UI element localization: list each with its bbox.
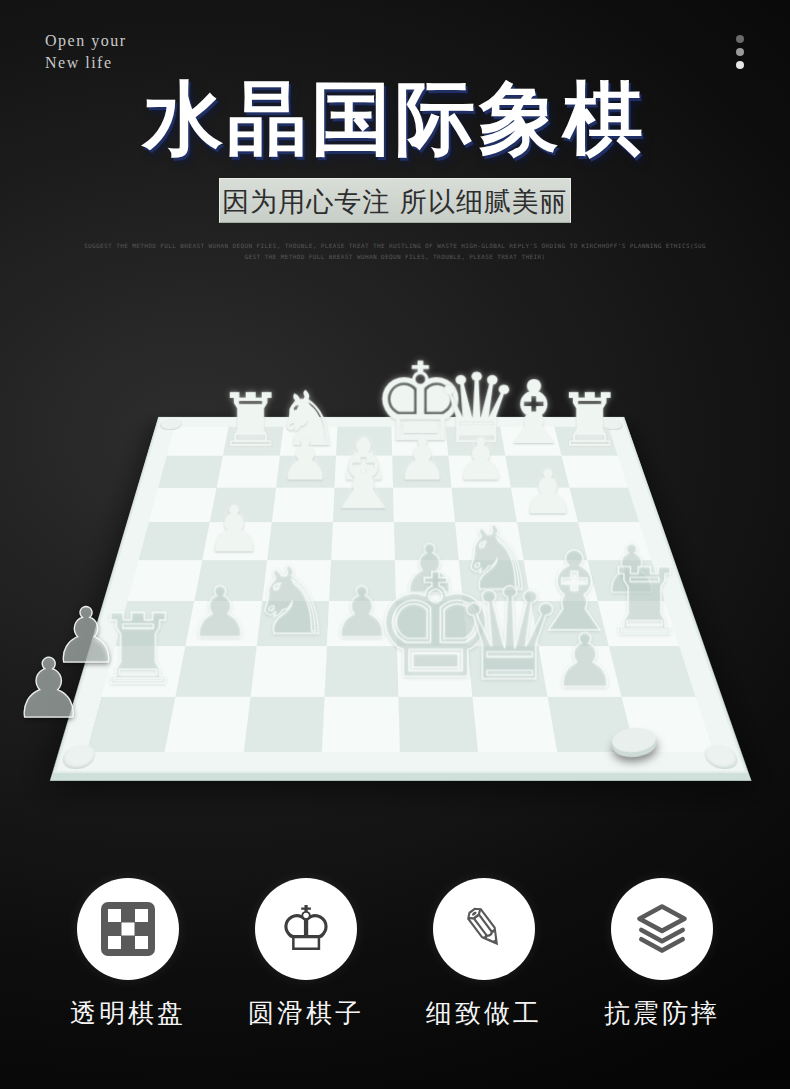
fineprint-text: SUGGEST THE METHOD FULL BREAST WUHAN DEQ… — [0, 240, 790, 262]
square-h7 — [561, 456, 628, 488]
square-a8 — [167, 427, 229, 456]
square-h2 — [609, 646, 696, 696]
feature-shockproof: 抗震防摔 — [604, 878, 720, 1031]
square-g6: ♟ — [511, 488, 578, 522]
feature-smooth-pieces: ♔ 圆滑棋子 — [248, 878, 364, 1031]
checkerboard-icon — [97, 898, 159, 960]
feature-label: 透明棋盘 — [70, 996, 186, 1031]
square-b4 — [195, 560, 267, 601]
square-f5 — [455, 522, 523, 560]
square-g4 — [523, 560, 597, 601]
pencil-craft-icon: ✎ — [458, 899, 510, 959]
square-f6 — [452, 488, 517, 522]
square-b7 — [217, 456, 280, 488]
captured-pawn: ♟ — [12, 648, 86, 730]
square-e7: ♟ — [392, 456, 452, 488]
square-b2 — [176, 646, 256, 696]
square-b1 — [165, 697, 250, 753]
square-e3 — [396, 601, 468, 646]
square-h6 — [569, 488, 639, 522]
square-e4: ♟ — [395, 560, 463, 601]
square-d8 — [336, 427, 392, 456]
square-c2 — [250, 646, 327, 696]
piece-clear-knight: ♞ — [249, 553, 334, 648]
square-g2: ♟ — [538, 646, 621, 696]
board-perspective-wrap: ♜♞♚♛♝♜♟♟♟♟♝♟♟♟♞♟♟♞♟♝♜♜♚♛♟ — [115, 282, 675, 842]
square-c8: ♞ — [279, 427, 337, 456]
feature-label: 圆滑棋子 — [248, 996, 364, 1031]
square-h5 — [578, 522, 651, 560]
fineprint-line-1: SUGGEST THE METHOD FULL BREAST WUHAN DEQ… — [0, 240, 790, 251]
square-d7: ♟ — [334, 456, 393, 488]
product-photo: ♜♞♚♛♝♜♟♟♟♟♝♟♟♟♞♟♟♞♟♝♜♜♚♛♟ ♟ ♟ — [0, 330, 790, 810]
square-c1 — [243, 697, 324, 753]
square-f2: ♛ — [468, 646, 547, 696]
feature-label: 细致做工 — [426, 996, 542, 1031]
layers-icon — [632, 899, 692, 959]
square-g7 — [505, 456, 569, 488]
feature-fine-workmanship: ✎ 细致做工 — [426, 878, 542, 1031]
slogan-line-1: Open your — [45, 30, 126, 52]
square-h3: ♜ — [597, 601, 679, 646]
square-f7: ♟ — [449, 456, 511, 488]
square-a7 — [158, 456, 223, 488]
board-foot — [701, 745, 741, 769]
square-a6 — [149, 488, 217, 522]
square-e5 — [394, 522, 459, 560]
square-e2: ♚ — [397, 646, 473, 696]
piece-frosted-knight: ♞ — [274, 381, 342, 457]
square-e8: ♚ — [391, 427, 448, 456]
square-d1 — [322, 697, 400, 753]
square-b3: ♟ — [186, 601, 262, 646]
piece-frosted-rook: ♜ — [218, 383, 284, 457]
square-a4 — [127, 560, 202, 601]
square-f1 — [473, 697, 557, 753]
square-c6 — [271, 488, 334, 522]
piece-clear-pawn: ♟ — [601, 535, 661, 602]
square-h8: ♜ — [554, 427, 618, 456]
square-f4: ♞ — [459, 560, 530, 601]
feature-circle — [611, 878, 713, 980]
feature-circle: ✎ — [433, 878, 535, 980]
piece-clear-pawn: ♟ — [551, 624, 617, 698]
square-a3 — [115, 601, 194, 646]
square-b6 — [210, 488, 276, 522]
square-g8: ♝ — [500, 427, 561, 456]
feature-row: 透明棋盘 ♔ 圆滑棋子 ✎ 细致做工 抗震防摔 — [0, 878, 790, 1031]
piece-clear-pawn: ♟ — [400, 535, 460, 602]
chess-board: ♜♞♚♛♝♜♟♟♟♟♝♟♟♟♞♟♟♞♟♝♜♜♚♛♟ — [50, 417, 752, 781]
square-c5 — [267, 522, 333, 560]
square-d2 — [324, 646, 398, 696]
square-c3: ♞ — [256, 601, 329, 646]
square-d5 — [331, 522, 395, 560]
square-b8: ♜ — [223, 427, 283, 456]
square-f3 — [463, 601, 538, 646]
square-a1 — [86, 697, 175, 753]
page-title: 水晶国际象棋 — [0, 66, 790, 174]
square-d6: ♝ — [333, 488, 394, 522]
square-f8: ♛ — [446, 427, 505, 456]
square-d4 — [329, 560, 396, 601]
square-h4: ♟ — [587, 560, 664, 601]
square-g3: ♝ — [530, 601, 608, 646]
square-c4 — [262, 560, 331, 601]
feature-circle — [77, 878, 179, 980]
fineprint-line-2: GEST THE METHOD FULL BREAST WUHAN DEQUN … — [0, 251, 790, 262]
board-foot — [60, 745, 99, 769]
square-b5: ♟ — [203, 522, 272, 560]
square-c7: ♟ — [276, 456, 336, 488]
subtitle-banner: 因为用心专注 所以细腻美丽 — [219, 178, 571, 223]
square-d3: ♟ — [327, 601, 398, 646]
feature-circle: ♔ — [255, 878, 357, 980]
feature-transparent-board: 透明棋盘 — [70, 878, 186, 1031]
square-a5 — [139, 522, 210, 560]
square-e6 — [393, 488, 455, 522]
feature-label: 抗震防摔 — [604, 996, 720, 1031]
square-e1 — [398, 697, 478, 753]
chess-king-icon: ♔ — [278, 898, 334, 960]
square-g5 — [517, 522, 588, 560]
